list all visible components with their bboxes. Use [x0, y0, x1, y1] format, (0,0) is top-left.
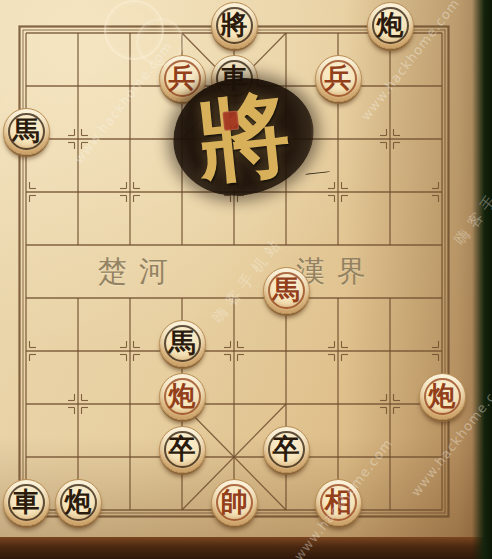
- piece-glyph: 帥: [221, 488, 248, 515]
- piece-black-general[interactable]: 將: [211, 2, 258, 49]
- piece-red-cannon[interactable]: 炮: [159, 373, 206, 420]
- piece-red-general[interactable]: 帥: [211, 479, 258, 526]
- piece-glyph: 炮: [429, 382, 456, 409]
- piece-black-horse[interactable]: 馬: [3, 108, 50, 155]
- piece-glyph: 卒: [169, 435, 196, 462]
- check-glyph: 將: [193, 86, 294, 187]
- piece-black-chariot[interactable]: 車: [3, 479, 50, 526]
- piece-glyph: 炮: [65, 488, 92, 515]
- screen-edge-strip: [472, 0, 492, 559]
- piece-red-cannon[interactable]: 炮: [419, 373, 466, 420]
- piece-glyph: 馬: [13, 117, 40, 144]
- piece-glyph: 相: [325, 488, 352, 515]
- piece-black-soldier[interactable]: 卒: [159, 426, 206, 473]
- piece-black-horse[interactable]: 馬: [159, 320, 206, 367]
- piece-black-cannon[interactable]: 炮: [367, 2, 414, 49]
- bubble-decoration: [136, 18, 184, 66]
- board-front-edge: [0, 537, 492, 559]
- piece-glyph: 車: [13, 488, 40, 515]
- piece-red-soldier[interactable]: 兵: [315, 55, 362, 102]
- river-label-chu-he: 楚河: [98, 252, 180, 292]
- piece-glyph: 炮: [377, 11, 404, 38]
- piece-black-cannon[interactable]: 炮: [55, 479, 102, 526]
- piece-glyph: 兵: [169, 64, 196, 91]
- piece-glyph: 馬: [273, 276, 300, 303]
- piece-glyph: 馬: [169, 329, 196, 356]
- piece-black-soldier[interactable]: 卒: [263, 426, 310, 473]
- piece-glyph: 兵: [325, 64, 352, 91]
- logo-seal-icon: [222, 111, 239, 131]
- piece-red-horse[interactable]: 馬: [263, 267, 310, 314]
- piece-glyph: 炮: [169, 382, 196, 409]
- piece-glyph: 將: [221, 11, 248, 38]
- piece-red-elephant[interactable]: 相: [315, 479, 362, 526]
- piece-glyph: 卒: [273, 435, 300, 462]
